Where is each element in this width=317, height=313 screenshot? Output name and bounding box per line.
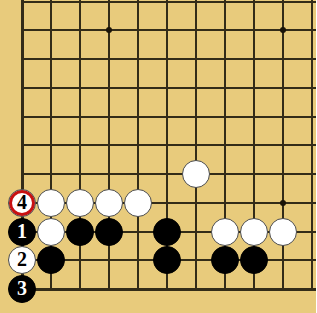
star-point-D10 [106,27,112,33]
star-point-K10 [280,27,286,33]
grid-line-horizontal [21,87,317,89]
stone-move-number: 1 [17,221,27,241]
board-bottom-edge-line [21,288,317,291]
stone-B2[interactable] [37,246,65,274]
stone-J3[interactable] [240,218,268,246]
grid-line-horizontal [21,29,317,31]
stone-move-number: 3 [17,278,27,298]
star-point-K4 [280,200,286,206]
stone-A3[interactable]: 1 [8,218,36,246]
stone-C4[interactable] [66,189,94,217]
go-board-diagram: 4123 [0,0,316,313]
stone-F2[interactable] [153,246,181,274]
stone-A1[interactable]: 3 [8,275,36,303]
stone-B4[interactable] [37,189,65,217]
stone-A4[interactable]: 4 [8,189,36,217]
grid-line-horizontal [21,144,317,146]
stone-C3[interactable] [66,218,94,246]
stone-G5[interactable] [182,160,210,188]
grid-line-horizontal [21,173,317,175]
stone-D4[interactable] [95,189,123,217]
stone-E4[interactable] [124,189,152,217]
stone-J2[interactable] [240,246,268,274]
grid-line-horizontal [21,58,317,60]
stone-K3[interactable] [269,218,297,246]
stone-move-number: 4 [17,192,27,212]
stone-D3[interactable] [95,218,123,246]
stone-F3[interactable] [153,218,181,246]
stone-H3[interactable] [211,218,239,246]
stone-A2[interactable]: 2 [8,246,36,274]
grid-line-horizontal [21,1,317,3]
stone-move-number: 2 [17,249,27,269]
stone-H2[interactable] [211,246,239,274]
stone-B3[interactable] [37,218,65,246]
grid-line-horizontal [21,116,317,118]
